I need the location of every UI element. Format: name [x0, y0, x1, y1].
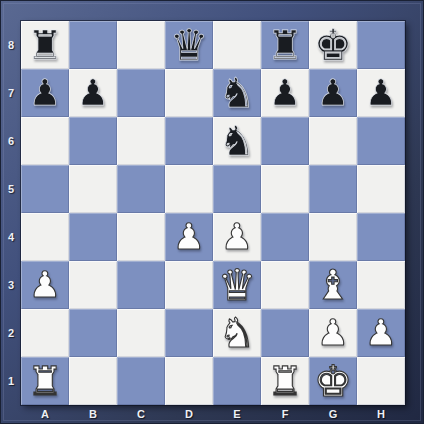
square-f7[interactable]: ♟ — [261, 69, 309, 117]
black-pawn-icon[interactable]: ♟ — [357, 69, 405, 117]
square-a2[interactable] — [21, 309, 69, 357]
square-f1[interactable]: ♜ — [261, 357, 309, 405]
white-king-icon[interactable]: ♚ — [309, 357, 357, 405]
square-h4[interactable] — [357, 213, 405, 261]
white-queen-icon[interactable]: ♛ — [213, 261, 261, 309]
black-rook-icon[interactable]: ♜ — [21, 21, 69, 69]
square-h5[interactable] — [357, 165, 405, 213]
square-h7[interactable]: ♟ — [357, 69, 405, 117]
square-d7[interactable] — [165, 69, 213, 117]
rank-label-5: 5 — [1, 165, 21, 213]
square-e7[interactable]: ♞ — [213, 69, 261, 117]
square-b3[interactable] — [69, 261, 117, 309]
square-c7[interactable] — [117, 69, 165, 117]
file-labels: ABCDEFGH — [21, 405, 405, 423]
square-e3[interactable]: ♛ — [213, 261, 261, 309]
square-e6[interactable]: ♞ — [213, 117, 261, 165]
square-d1[interactable] — [165, 357, 213, 405]
square-c1[interactable] — [117, 357, 165, 405]
square-b5[interactable] — [69, 165, 117, 213]
file-label-e: E — [213, 405, 261, 423]
rank-labels: 87654321 — [1, 21, 21, 405]
file-label-b: B — [69, 405, 117, 423]
file-label-h: H — [357, 405, 405, 423]
square-h3[interactable] — [357, 261, 405, 309]
file-label-d: D — [165, 405, 213, 423]
black-pawn-icon[interactable]: ♟ — [309, 69, 357, 117]
white-pawn-icon[interactable]: ♟ — [309, 309, 357, 357]
black-knight-icon[interactable]: ♞ — [213, 117, 261, 165]
square-g8[interactable]: ♚ — [309, 21, 357, 69]
square-g4[interactable] — [309, 213, 357, 261]
square-f3[interactable] — [261, 261, 309, 309]
chess-board[interactable]: ♜♛♜♚♟♟♞♟♟♟♞♟♟♟♛♝♞♟♟♜♜♚ — [21, 21, 405, 405]
black-rook-icon[interactable]: ♜ — [261, 21, 309, 69]
white-rook-icon[interactable]: ♜ — [21, 357, 69, 405]
square-d5[interactable] — [165, 165, 213, 213]
square-a6[interactable] — [21, 117, 69, 165]
square-g6[interactable] — [309, 117, 357, 165]
black-pawn-icon[interactable]: ♟ — [261, 69, 309, 117]
rank-label-6: 6 — [1, 117, 21, 165]
square-f2[interactable] — [261, 309, 309, 357]
square-a4[interactable] — [21, 213, 69, 261]
square-b6[interactable] — [69, 117, 117, 165]
square-a8[interactable]: ♜ — [21, 21, 69, 69]
square-f8[interactable]: ♜ — [261, 21, 309, 69]
square-e5[interactable] — [213, 165, 261, 213]
white-bishop-icon[interactable]: ♝ — [309, 261, 357, 309]
square-c2[interactable] — [117, 309, 165, 357]
square-e2[interactable]: ♞ — [213, 309, 261, 357]
square-f4[interactable] — [261, 213, 309, 261]
square-h8[interactable] — [357, 21, 405, 69]
square-g7[interactable]: ♟ — [309, 69, 357, 117]
black-king-icon[interactable]: ♚ — [309, 21, 357, 69]
rank-label-7: 7 — [1, 69, 21, 117]
square-h2[interactable]: ♟ — [357, 309, 405, 357]
square-d6[interactable] — [165, 117, 213, 165]
square-c5[interactable] — [117, 165, 165, 213]
square-f5[interactable] — [261, 165, 309, 213]
rank-label-3: 3 — [1, 261, 21, 309]
square-b8[interactable] — [69, 21, 117, 69]
square-e4[interactable]: ♟ — [213, 213, 261, 261]
square-d2[interactable] — [165, 309, 213, 357]
rank-label-2: 2 — [1, 309, 21, 357]
white-pawn-icon[interactable]: ♟ — [357, 309, 405, 357]
file-label-f: F — [261, 405, 309, 423]
square-f6[interactable] — [261, 117, 309, 165]
square-a7[interactable]: ♟ — [21, 69, 69, 117]
square-a3[interactable]: ♟ — [21, 261, 69, 309]
square-e1[interactable] — [213, 357, 261, 405]
white-pawn-icon[interactable]: ♟ — [21, 261, 69, 309]
square-g2[interactable]: ♟ — [309, 309, 357, 357]
black-pawn-icon[interactable]: ♟ — [21, 69, 69, 117]
black-pawn-icon[interactable]: ♟ — [69, 69, 117, 117]
black-queen-icon[interactable]: ♛ — [165, 21, 213, 69]
white-rook-icon[interactable]: ♜ — [261, 357, 309, 405]
square-d3[interactable] — [165, 261, 213, 309]
rank-label-4: 4 — [1, 213, 21, 261]
square-h1[interactable] — [357, 357, 405, 405]
white-pawn-icon[interactable]: ♟ — [213, 213, 261, 261]
square-g1[interactable]: ♚ — [309, 357, 357, 405]
white-knight-icon[interactable]: ♞ — [213, 309, 261, 357]
square-c8[interactable] — [117, 21, 165, 69]
rank-label-1: 1 — [1, 357, 21, 405]
file-label-g: G — [309, 405, 357, 423]
square-a5[interactable] — [21, 165, 69, 213]
square-d8[interactable]: ♛ — [165, 21, 213, 69]
square-c6[interactable] — [117, 117, 165, 165]
square-d4[interactable]: ♟ — [165, 213, 213, 261]
square-g5[interactable] — [309, 165, 357, 213]
white-pawn-icon[interactable]: ♟ — [165, 213, 213, 261]
square-e8[interactable] — [213, 21, 261, 69]
file-label-a: A — [21, 405, 69, 423]
chess-board-frame: 87654321 ♜♛♜♚♟♟♞♟♟♟♞♟♟♟♛♝♞♟♟♜♜♚ ABCDEFGH — [0, 0, 424, 424]
square-g3[interactable]: ♝ — [309, 261, 357, 309]
square-a1[interactable]: ♜ — [21, 357, 69, 405]
rank-label-8: 8 — [1, 21, 21, 69]
square-h6[interactable] — [357, 117, 405, 165]
square-c4[interactable] — [117, 213, 165, 261]
square-c3[interactable] — [117, 261, 165, 309]
square-b1[interactable] — [69, 357, 117, 405]
square-b7[interactable]: ♟ — [69, 69, 117, 117]
square-b4[interactable] — [69, 213, 117, 261]
black-knight-icon[interactable]: ♞ — [213, 69, 261, 117]
square-b2[interactable] — [69, 309, 117, 357]
file-label-c: C — [117, 405, 165, 423]
